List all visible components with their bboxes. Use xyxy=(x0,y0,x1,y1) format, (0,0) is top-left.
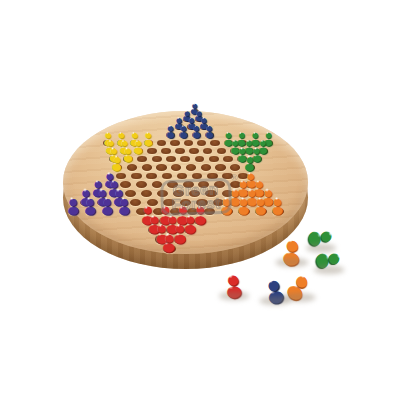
peg-shadow xyxy=(219,291,249,300)
peg-head: ● xyxy=(224,270,243,289)
peg-shadow xyxy=(306,243,336,252)
peg-shadow xyxy=(276,258,309,268)
peg-shadow xyxy=(314,265,345,274)
scene: ●●●●●●●●●●●●●●●●●●●●●●●●●●●●●●●●●●●●●●●●… xyxy=(0,0,400,400)
loose-pegs: ●●●●●●●●●●●● xyxy=(0,0,400,400)
peg-shadow xyxy=(283,293,316,303)
peg-head: ● xyxy=(283,235,302,254)
